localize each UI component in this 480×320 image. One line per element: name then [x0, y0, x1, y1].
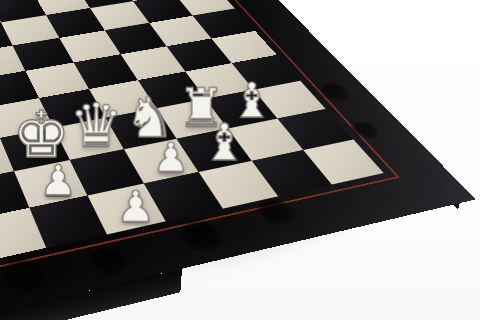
- square-g3: ♝: [206, 90, 278, 129]
- photo-scene: ♟♟♟♝♚♛♞♜♝♟♟♟♝♟: [0, 0, 480, 320]
- piece-reflection: [84, 244, 133, 279]
- square-g2: [228, 119, 304, 161]
- chessboard: ♟♟♟♝♚♛♞♜♝♟♟♟♝♟: [0, 0, 476, 320]
